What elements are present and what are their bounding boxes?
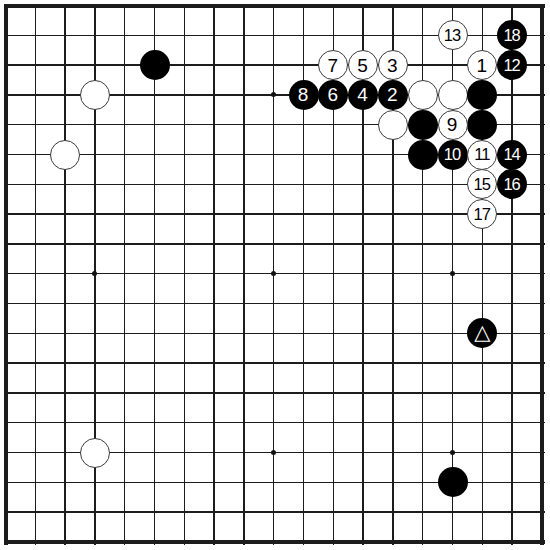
stone-black [467, 110, 497, 140]
triangle-mark-icon: △ [474, 322, 490, 343]
move-number: 13 [444, 27, 460, 44]
move-number: 3 [387, 56, 398, 75]
move-number: 2 [387, 85, 398, 104]
stone-black [467, 80, 497, 110]
stone-white [80, 80, 110, 110]
grid-line-horizontal [4, 422, 545, 424]
grid-line-horizontal [4, 333, 545, 335]
stone-white-7: 7 [318, 50, 348, 80]
move-number: 16 [503, 176, 519, 193]
grid-line-horizontal [4, 362, 545, 364]
star-point [271, 450, 276, 455]
grid-line-vertical [540, 4, 544, 545]
grid-line-horizontal [4, 303, 545, 305]
move-number: 1 [477, 56, 488, 75]
move-number: 12 [503, 57, 519, 74]
move-number: 5 [357, 56, 368, 75]
stone-white [408, 80, 438, 110]
star-point [271, 92, 276, 97]
star-point [450, 450, 455, 455]
go-board: △131875311286429101114151617 [0, 0, 550, 550]
stone-white-5: 5 [348, 50, 378, 80]
stone-black [438, 467, 468, 497]
stone-black-4: 4 [348, 80, 378, 110]
move-number: 8 [298, 85, 309, 104]
move-number: 7 [328, 56, 339, 75]
stone-black-14: 14 [497, 140, 527, 170]
move-number: 4 [357, 85, 368, 104]
stone-black [408, 110, 438, 140]
stone-black-6: 6 [318, 80, 348, 110]
move-number: 10 [444, 146, 460, 163]
grid-line-horizontal [4, 392, 545, 394]
stone-white-11: 11 [467, 140, 497, 170]
stone-black-16: 16 [497, 169, 527, 199]
grid-line-horizontal [4, 511, 545, 513]
stone-black-8: 8 [289, 80, 319, 110]
move-number: 14 [503, 146, 519, 163]
star-point [92, 271, 97, 276]
move-number: 15 [474, 176, 490, 193]
star-point [450, 271, 455, 276]
stone-white-3: 3 [378, 50, 408, 80]
star-point [271, 271, 276, 276]
stone-white [50, 140, 80, 170]
move-number: 6 [328, 85, 339, 104]
stone-white-1: 1 [467, 50, 497, 80]
stone-black [140, 50, 170, 80]
stone-black-12: 12 [497, 50, 527, 80]
stone-black-triangle: △ [467, 318, 497, 348]
move-number: 18 [503, 27, 519, 44]
stone-white-13: 13 [438, 20, 468, 50]
stone-white [438, 80, 468, 110]
stone-white-9: 9 [438, 110, 468, 140]
move-number: 17 [474, 206, 490, 223]
stone-white-15: 15 [467, 169, 497, 199]
stone-white-17: 17 [467, 199, 497, 229]
move-number: 9 [447, 115, 458, 134]
stone-black-10: 10 [438, 140, 468, 170]
move-number: 11 [474, 146, 489, 163]
stone-white [378, 110, 408, 140]
grid-line-vertical [511, 4, 513, 545]
stone-black-18: 18 [497, 20, 527, 50]
grid-line-horizontal [4, 540, 545, 544]
stone-black [408, 140, 438, 170]
stone-white [80, 438, 110, 468]
stone-black-2: 2 [378, 80, 408, 110]
